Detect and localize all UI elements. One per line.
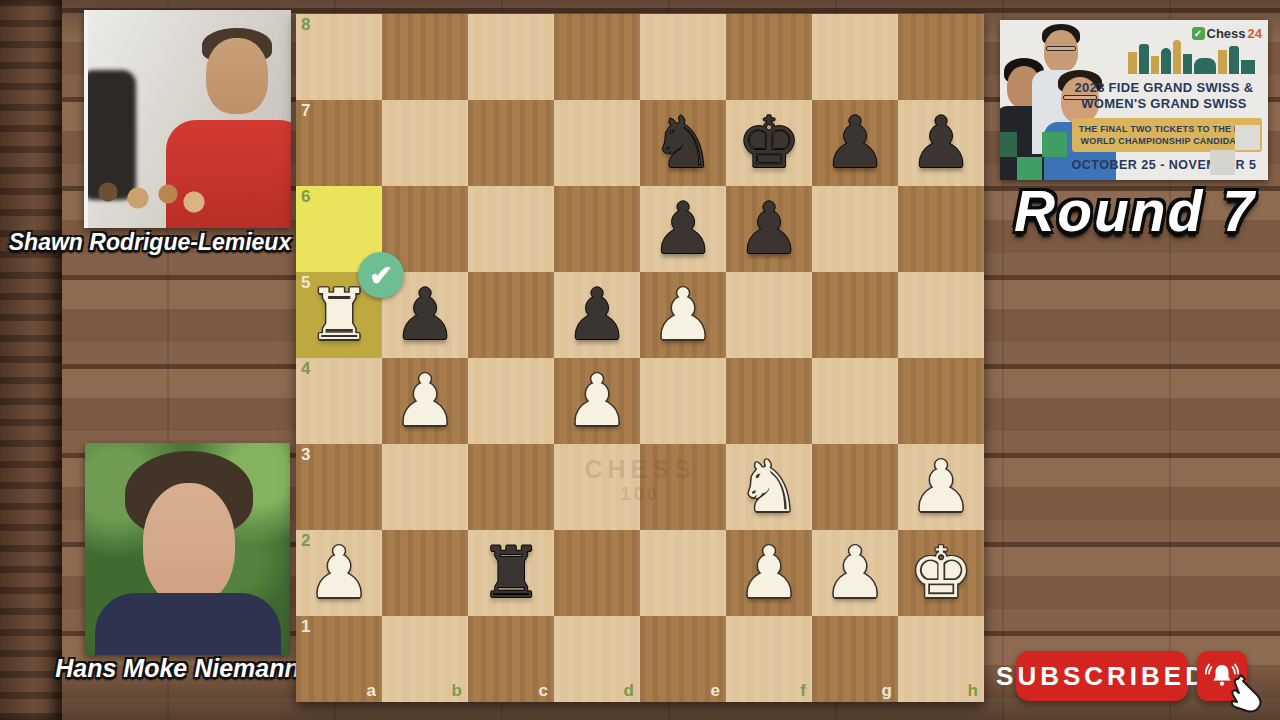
square-e3[interactable] [640, 444, 726, 530]
file-label-b: b [452, 682, 462, 699]
banner-ticket-box: THE FINAL TWO TICKETS TO THE FIDE WORLD … [1072, 118, 1262, 152]
square-a7[interactable]: 7 [296, 100, 382, 186]
chess-board[interactable]: 87♞♚♟♟6♟♟5♜♟♟♟4♟♟3♞♟2♟♜♟♟♚1abcdefgh [296, 14, 984, 702]
square-f4[interactable] [726, 358, 812, 444]
skyline-bar [1241, 60, 1255, 74]
square-c6[interactable] [468, 186, 554, 272]
square-g3[interactable] [812, 444, 898, 530]
square-c5[interactable] [468, 272, 554, 358]
photo-hoodie [95, 593, 281, 655]
file-label-h: h [968, 682, 978, 699]
black-king: ♚ [726, 100, 812, 186]
square-g1[interactable]: g [812, 616, 898, 702]
square-a3[interactable]: 3 [296, 444, 382, 530]
square-e4[interactable] [640, 358, 726, 444]
square-h1[interactable]: h [898, 616, 984, 702]
skyline-pawn [1161, 48, 1171, 74]
square-b3[interactable] [382, 444, 468, 530]
photo-face [143, 483, 235, 605]
white-pawn: ♟ [554, 358, 640, 444]
skyline-bar [1151, 56, 1159, 74]
banner-checker-square-gray [1235, 125, 1260, 150]
good-move-check-icon: ✔ [358, 252, 404, 298]
square-f5[interactable] [726, 272, 812, 358]
square-a4[interactable]: 4 [296, 358, 382, 444]
black-knight: ♞ [640, 100, 726, 186]
skyline-bar [1128, 52, 1137, 74]
rank-label-8: 8 [301, 16, 310, 33]
rank-label-1: 1 [301, 618, 310, 635]
square-g5[interactable] [812, 272, 898, 358]
chess24-logo-number: 24 [1248, 26, 1262, 41]
black-rook: ♜ [468, 530, 554, 616]
square-b7[interactable] [382, 100, 468, 186]
photo-face [206, 38, 268, 114]
skyline-bar [1183, 54, 1192, 74]
square-f3[interactable]: ♞ [726, 444, 812, 530]
white-pawn: ♟ [812, 530, 898, 616]
square-e7[interactable]: ♞ [640, 100, 726, 186]
banner-title-line1: 2023 FIDE GRAND SWISS & [1062, 80, 1266, 95]
wood-pillar-decoration [0, 0, 62, 720]
square-b1[interactable]: b [382, 616, 468, 702]
black-pawn: ♟ [640, 186, 726, 272]
square-c8[interactable] [468, 14, 554, 100]
square-b8[interactable] [382, 14, 468, 100]
square-h5[interactable] [898, 272, 984, 358]
photo-shawn-rodrigue-lemieux [84, 10, 291, 228]
square-c7[interactable] [468, 100, 554, 186]
square-f1[interactable]: f [726, 616, 812, 702]
event-banner: ✓ Chess 24 2023 FIDE GRAND SWISS & WOMEN… [1000, 20, 1268, 180]
file-label-g: g [882, 682, 892, 699]
square-d7[interactable] [554, 100, 640, 186]
square-d3[interactable] [554, 444, 640, 530]
square-g4[interactable] [812, 358, 898, 444]
banner-checker-square [1000, 132, 1017, 157]
file-label-d: d [624, 682, 634, 699]
square-h6[interactable] [898, 186, 984, 272]
square-e6[interactable]: ♟ [640, 186, 726, 272]
rank-label-6: 6 [301, 188, 310, 205]
square-g7[interactable]: ♟ [812, 100, 898, 186]
banner-title-line2: WOMEN'S GRAND SWISS [1062, 96, 1266, 111]
square-g8[interactable] [812, 14, 898, 100]
chess24-logo-icon: ✓ [1192, 27, 1205, 40]
notification-bell-button[interactable] [1197, 651, 1247, 701]
chess24-logo: ✓ Chess 24 [1192, 26, 1263, 41]
white-king: ♚ [898, 530, 984, 616]
square-g6[interactable] [812, 186, 898, 272]
black-pawn: ♟ [898, 100, 984, 186]
square-d6[interactable] [554, 186, 640, 272]
white-pawn: ♟ [382, 358, 468, 444]
file-label-a: a [367, 682, 376, 699]
white-knight: ♞ [726, 444, 812, 530]
photo-hans-niemann [85, 443, 290, 655]
square-a1[interactable]: 1a [296, 616, 382, 702]
video-thumbnail: Shawn Rodrigue-Lemieux Hans Moke Niemann… [0, 0, 1280, 720]
square-h4[interactable] [898, 358, 984, 444]
banner-checker-square [1017, 157, 1042, 180]
black-pawn: ♟ [726, 186, 812, 272]
square-c2[interactable]: ♜ [468, 530, 554, 616]
file-label-c: c [539, 682, 548, 699]
skyline-rook [1229, 46, 1239, 74]
square-c4[interactable] [468, 358, 554, 444]
square-f7[interactable]: ♚ [726, 100, 812, 186]
square-b4[interactable]: ♟ [382, 358, 468, 444]
black-pawn: ♟ [812, 100, 898, 186]
square-h3[interactable]: ♟ [898, 444, 984, 530]
banner-checker-square [1042, 132, 1067, 157]
player-name-bottom: Hans Moke Niemann [55, 654, 300, 683]
square-d2[interactable] [554, 530, 640, 616]
square-d8[interactable] [554, 14, 640, 100]
square-b2[interactable] [382, 530, 468, 616]
banner-ticket-line1: THE FINAL TWO TICKETS TO THE FIDE [1079, 123, 1255, 135]
file-label-f: f [800, 682, 806, 699]
skyline-rook [1139, 44, 1149, 74]
square-d4[interactable]: ♟ [554, 358, 640, 444]
black-pawn: ♟ [554, 272, 640, 358]
rank-label-4: 4 [301, 360, 310, 377]
square-h7[interactable]: ♟ [898, 100, 984, 186]
banner-checker-square-gray [1210, 150, 1235, 175]
photo-face [1044, 30, 1078, 72]
square-g2[interactable]: ♟ [812, 530, 898, 616]
glasses-icon [1046, 46, 1076, 51]
skyline-bar [1218, 50, 1227, 74]
banner-dates: OCTOBER 25 - NOVEMBER 5 [1062, 158, 1266, 172]
file-label-e: e [711, 682, 720, 699]
square-e2[interactable] [640, 530, 726, 616]
skyline-queen [1173, 40, 1181, 74]
photo-chess-pieces [94, 178, 214, 228]
subscribe-strip: SUBSCRIBED [1016, 651, 1247, 701]
square-c3[interactable] [468, 444, 554, 530]
square-e8[interactable] [640, 14, 726, 100]
chess24-logo-text: Chess [1207, 26, 1246, 41]
square-h8[interactable] [898, 14, 984, 100]
rank-label-7: 7 [301, 102, 310, 119]
square-a2[interactable]: 2♟ [296, 530, 382, 616]
white-pawn: ♟ [726, 530, 812, 616]
banner-ticket-line2: WORLD CHAMPIONSHIP CANDIDATES [1081, 135, 1254, 147]
square-c1[interactable]: c [468, 616, 554, 702]
white-pawn: ♟ [296, 530, 382, 616]
subscribed-button[interactable]: SUBSCRIBED [1016, 651, 1188, 701]
square-e1[interactable]: e [640, 616, 726, 702]
square-d5[interactable]: ♟ [554, 272, 640, 358]
square-f6[interactable]: ♟ [726, 186, 812, 272]
square-f8[interactable] [726, 14, 812, 100]
skyline-dome [1194, 58, 1216, 74]
player-name-top: Shawn Rodrigue-Lemieux [2, 229, 298, 256]
square-h2[interactable]: ♚ [898, 530, 984, 616]
white-pawn: ♟ [898, 444, 984, 530]
square-a8[interactable]: 8 [296, 14, 382, 100]
hand-cursor-icon [1223, 671, 1269, 717]
rank-label-3: 3 [301, 446, 310, 463]
square-f2[interactable]: ♟ [726, 530, 812, 616]
round-label: Round 7 [995, 178, 1275, 244]
square-e5[interactable]: ♟ [640, 272, 726, 358]
white-pawn: ♟ [640, 272, 726, 358]
square-d1[interactable]: d [554, 616, 640, 702]
